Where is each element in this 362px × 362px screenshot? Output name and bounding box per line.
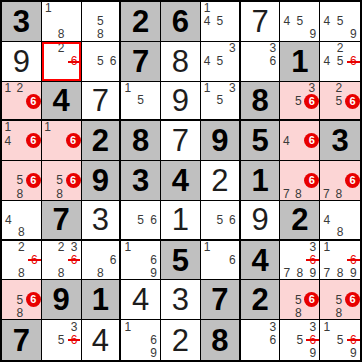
empty-candidate-slot [134,320,147,333]
empty-candidate-slot [26,280,41,292]
cell-r1c6[interactable]: 145 [201,2,241,42]
given-digit: 6 [172,6,189,37]
empty-candidate-slot [320,42,333,55]
cell-r2c1[interactable]: 9 [2,42,42,82]
cell-r7c6[interactable]: 16 [201,241,241,281]
given-digit: 4 [53,85,70,116]
cell-r5c7[interactable]: 1 [241,161,281,201]
empty-candidate-slot [42,333,55,346]
candidate-8: 8 [94,28,107,41]
cell-r3c3[interactable]: 7 [82,82,122,122]
candidate-grid: 268 [2,241,41,280]
empty-candidate-slot [134,333,147,346]
sudoku-board: 3185826145745945992656783453612456126471… [0,0,362,362]
empty-candidate-slot [226,107,239,120]
empty-candidate-slot [213,68,226,81]
solved-digit: 2 [211,165,228,196]
empty-candidate-slot [320,109,332,120]
cell-r2c2[interactable]: 26 [42,42,82,82]
empty-candidate-slot [54,121,66,133]
empty-candidate-slot [15,201,28,214]
cell-r4c5[interactable]: 7 [161,121,201,161]
candidate-grid: 356 [42,320,81,360]
candidate-slot-6: 6 [66,133,81,148]
chain-candidate-6: 6 [304,292,319,307]
empty-candidate-slot [306,2,319,15]
candidate-9: 9 [147,267,160,280]
empty-candidate-slot [304,161,319,173]
candidate-5: 5 [134,94,147,107]
solved-digit: 8 [172,46,189,77]
empty-candidate-slot [320,2,333,15]
cell-r3c8[interactable]: 356 [280,82,320,122]
candidate-grid: 56 [82,42,120,81]
candidate-grid: 145 [201,2,239,41]
cell-r3c1[interactable]: 126 [2,82,42,122]
empty-candidate-slot [14,94,26,109]
candidate-grid: 568 [280,280,319,319]
candidate-grid: 459 [280,2,319,41]
solved-digit: 3 [92,204,109,235]
empty-candidate-slot [28,267,41,280]
empty-candidate-slot [254,347,267,360]
empty-candidate-slot [26,148,41,160]
empty-candidate-slot [320,292,332,307]
empty-candidate-slot [201,213,214,226]
cell-r6c3[interactable]: 3 [82,201,122,241]
cell-r4c7[interactable]: 5 [241,121,281,161]
empty-candidate-slot [345,307,360,319]
eliminated-candidate-6: 6 [309,334,316,346]
solved-digit: 4 [132,284,149,315]
cell-r5c3[interactable]: 9 [82,161,122,201]
cell-r6c7[interactable]: 9 [241,201,281,241]
empty-candidate-slot [213,82,226,95]
empty-candidate-slot [14,121,26,133]
cell-r5c8[interactable]: 678 [280,161,320,201]
cell-r6c4[interactable]: 56 [121,201,161,241]
eliminated-candidate-6: 6 [31,254,38,266]
cell-r9c8[interactable]: 3569 [280,320,320,360]
cell-r7c7[interactable]: 4 [241,241,281,281]
candidate-grid: 16789 [320,241,360,280]
cell-r3c7[interactable]: 8 [241,82,281,122]
given-digit: 3 [132,165,149,196]
candidate-grid: 16 [42,121,81,160]
empty-candidate-slot [333,347,346,360]
cell-r8c4[interactable]: 4 [121,280,161,320]
given-digit: 2 [291,204,308,235]
cell-r7c1[interactable]: 268 [2,241,42,281]
candidate-3: 3 [267,320,280,333]
given-digit: 7 [211,284,228,315]
cell-r9c1[interactable]: 7 [2,320,42,360]
empty-candidate-slot [14,109,26,120]
empty-candidate-slot [292,121,304,133]
empty-candidate-slot [333,201,346,214]
empty-candidate-slot [226,226,239,239]
empty-candidate-slot [82,2,95,15]
candidate-grid: 459 [320,2,360,41]
cell-r2c7[interactable]: 36 [241,42,281,82]
empty-candidate-slot [94,68,107,81]
candidate-6: 6 [147,333,160,346]
candidate-8: 8 [14,188,26,200]
candidate-8: 8 [55,28,68,41]
cell-r4c8[interactable]: 46 [280,121,320,161]
candidate-slot-6: 6 [66,173,81,188]
chain-candidate-6: 6 [304,133,319,148]
cell-r7c8[interactable]: 36789 [280,241,320,281]
given-digit: 1 [291,46,308,77]
empty-candidate-slot [121,107,134,120]
empty-candidate-slot [280,292,292,307]
candidate-slot-6: 6 [304,292,319,307]
empty-candidate-slot [82,28,95,41]
empty-candidate-slot [280,82,292,94]
eliminated-candidate-6: 6 [350,55,357,67]
empty-candidate-slot [345,82,360,94]
candidate-4: 4 [201,55,214,68]
empty-candidate-slot [134,82,147,95]
empty-candidate-slot [147,201,160,214]
solved-digit: 1 [172,204,189,235]
cell-r5c2[interactable]: 568 [42,161,82,201]
chain-candidate-6: 6 [345,292,360,307]
chain-candidate-6: 6 [304,94,319,109]
cell-r7c5[interactable]: 5 [161,241,201,281]
empty-candidate-slot [42,28,55,41]
candidate-5: 5 [14,173,26,188]
candidate-5: 5 [293,15,306,28]
empty-candidate-slot [107,15,120,28]
empty-candidate-slot [292,133,304,148]
empty-candidate-slot [333,2,346,15]
empty-candidate-slot [82,254,95,267]
cell-r2c3[interactable]: 56 [82,42,122,82]
cell-r8c5[interactable]: 3 [161,280,201,320]
solved-digit: 4 [92,325,109,356]
empty-candidate-slot [201,28,214,41]
cell-r2c4[interactable]: 7 [121,42,161,82]
empty-candidate-slot [201,68,214,81]
empty-candidate-slot [320,82,332,94]
cell-r9c9[interactable]: 1569 [320,320,360,360]
chain-candidate-6: 6 [345,94,360,109]
empty-candidate-slot [201,254,214,267]
empty-candidate-slot [320,94,332,109]
cell-r7c4[interactable]: 169 [121,241,161,281]
solved-digit: 9 [13,46,30,77]
cell-r8c8[interactable]: 568 [280,280,320,320]
empty-candidate-slot [333,320,346,333]
empty-candidate-slot [254,320,267,333]
empty-candidate-slot [345,280,360,292]
candidate-1: 1 [42,121,54,133]
empty-candidate-slot [66,161,81,173]
cell-r8c2[interactable]: 9 [42,280,82,320]
cell-r3c6[interactable]: 135 [201,82,241,122]
candidate-5: 5 [14,292,26,307]
empty-candidate-slot [42,188,54,200]
cell-r1c7[interactable]: 7 [241,2,281,42]
cell-r7c2[interactable]: 2368 [42,241,82,281]
empty-candidate-slot [347,320,360,333]
empty-candidate-slot [42,241,55,254]
empty-candidate-slot [241,320,254,333]
candidate-grid: 568 [42,161,81,200]
cell-r2c5[interactable]: 8 [161,42,201,82]
candidate-9: 9 [306,28,319,41]
candidate-5: 5 [213,15,226,28]
solved-digit: 7 [251,6,268,37]
candidate-slot-6: 6 [68,55,81,68]
candidate-slot-6: 6 [68,254,81,267]
candidate-slot-6: 6 [347,333,360,346]
empty-candidate-slot [134,226,147,239]
cell-r2c8[interactable]: 1 [280,42,320,82]
candidate-grid: 146 [2,121,41,160]
cell-r1c1[interactable]: 3 [2,2,42,42]
empty-candidate-slot [345,109,360,120]
cell-r4c4[interactable]: 8 [121,121,161,161]
cell-r9c7[interactable]: 36 [241,320,281,360]
candidate-4: 4 [2,133,14,148]
candidate-8: 8 [293,267,306,280]
empty-candidate-slot [293,28,306,41]
chain-candidate-6: 6 [345,173,360,188]
candidate-1: 1 [320,320,333,333]
empty-candidate-slot [213,201,226,214]
empty-candidate-slot [55,68,68,81]
candidate-3: 3 [226,82,239,95]
cell-r6c9[interactable]: 48 [320,201,360,241]
empty-candidate-slot [280,2,293,15]
cell-r9c6[interactable]: 8 [201,320,241,360]
cell-r1c3[interactable]: 58 [82,2,122,42]
candidate-slot-6: 6 [345,173,360,188]
candidate-2: 2 [55,42,68,55]
empty-candidate-slot [280,28,293,41]
cell-r7c3[interactable]: 68 [82,241,122,281]
eliminated-candidate-6: 6 [71,254,78,266]
candidate-grid: 16 [201,241,239,280]
empty-candidate-slot [333,280,345,292]
given-digit: 3 [331,125,348,156]
chain-candidate-6: 6 [26,94,41,109]
empty-candidate-slot [15,213,28,226]
cell-r3c2[interactable]: 4 [42,82,82,122]
empty-candidate-slot [147,82,160,95]
empty-candidate-slot [213,254,226,267]
given-digit: 9 [53,284,70,315]
cell-r8c9[interactable]: 568 [320,280,360,320]
candidate-grid: 356 [280,82,319,120]
candidate-5: 5 [333,55,346,68]
empty-candidate-slot [241,42,254,55]
cell-r8c3[interactable]: 1 [82,280,122,320]
empty-candidate-slot [241,55,254,68]
candidate-3: 3 [68,320,81,333]
candidate-9: 9 [347,28,360,41]
cell-r9c3[interactable]: 4 [82,320,122,360]
candidate-slot-6: 6 [26,133,41,148]
candidate-6: 6 [267,55,280,68]
candidate-9: 9 [147,347,160,360]
cell-r6c1[interactable]: 48 [2,201,42,241]
empty-candidate-slot [280,173,292,188]
empty-candidate-slot [292,148,304,160]
empty-candidate-slot [267,68,280,81]
candidate-1: 1 [121,320,134,333]
candidate-1: 1 [42,2,55,15]
candidate-8: 8 [333,267,346,280]
empty-candidate-slot [55,55,68,68]
empty-candidate-slot [267,347,280,360]
candidate-slot-6: 6 [304,133,319,148]
empty-candidate-slot [347,15,360,28]
empty-candidate-slot [2,280,14,292]
empty-candidate-slot [42,148,54,160]
chain-candidate-6: 6 [66,173,81,188]
candidate-grid: 58 [82,2,120,41]
empty-candidate-slot [293,241,306,254]
candidate-grid: 678 [320,161,360,200]
cell-r6c8[interactable]: 2 [280,201,320,241]
empty-candidate-slot [2,173,14,188]
cell-r1c9[interactable]: 459 [320,2,360,42]
empty-candidate-slot [213,107,226,120]
cell-r2c9[interactable]: 2456 [320,42,360,82]
empty-candidate-slot [201,94,214,107]
cell-r5c6[interactable]: 2 [201,161,241,201]
candidate-grid: 126 [2,82,41,120]
cell-r9c5[interactable]: 2 [161,320,201,360]
empty-candidate-slot [320,307,332,319]
cell-r6c2[interactable]: 7 [42,201,82,241]
cell-r8c6[interactable]: 7 [201,280,241,320]
cell-r5c1[interactable]: 568 [2,161,42,201]
cell-r7c9[interactable]: 16789 [320,241,360,281]
empty-candidate-slot [241,347,254,360]
empty-candidate-slot [201,226,214,239]
cell-r9c2[interactable]: 356 [42,320,82,360]
candidate-4: 4 [320,55,333,68]
empty-candidate-slot [292,82,304,94]
empty-candidate-slot [347,68,360,81]
empty-candidate-slot [320,280,332,292]
empty-candidate-slot [107,241,120,254]
candidate-grid: 15 [121,82,160,120]
cell-r6c6[interactable]: 56 [201,201,241,241]
cell-r4c2[interactable]: 16 [42,121,82,161]
cell-r1c8[interactable]: 459 [280,2,320,42]
candidate-8: 8 [94,267,107,280]
candidate-slot-6: 6 [304,94,319,109]
cell-r3c5[interactable]: 9 [161,82,201,122]
eliminated-candidate-6: 6 [350,334,357,346]
cell-r4c3[interactable]: 2 [82,121,122,161]
empty-candidate-slot [134,254,147,267]
empty-candidate-slot [280,109,292,120]
empty-candidate-slot [107,267,120,280]
empty-candidate-slot [94,2,107,15]
empty-candidate-slot [14,133,26,148]
candidate-slot-6: 6 [347,254,360,267]
empty-candidate-slot [54,148,66,160]
candidate-6: 6 [107,55,120,68]
candidate-grid: 56 [121,201,160,239]
empty-candidate-slot [94,241,107,254]
candidate-6: 6 [107,254,120,267]
empty-candidate-slot [147,241,160,254]
empty-candidate-slot [94,42,107,55]
candidate-grid: 345 [201,42,239,81]
candidate-7: 7 [320,188,332,200]
cell-r5c5[interactable]: 4 [161,161,201,201]
candidate-5: 5 [333,15,346,28]
candidate-3: 3 [226,42,239,55]
empty-candidate-slot [2,241,15,254]
candidate-3: 3 [68,241,81,254]
cell-r3c4[interactable]: 15 [121,82,161,122]
empty-candidate-slot [2,201,15,214]
cell-r1c5[interactable]: 6 [161,2,201,42]
cell-r6c5[interactable]: 1 [161,201,201,241]
cell-r2c6[interactable]: 345 [201,42,241,82]
empty-candidate-slot [320,254,333,267]
empty-candidate-slot [293,2,306,15]
candidate-5: 5 [292,292,304,307]
solved-digit: 7 [92,85,109,116]
cell-r4c1[interactable]: 146 [2,121,42,161]
cell-r9c4[interactable]: 169 [121,320,161,360]
candidate-3: 3 [304,82,319,94]
candidate-5: 5 [54,173,66,188]
cell-r8c7[interactable]: 2 [241,280,281,320]
candidate-9: 9 [306,267,319,280]
empty-candidate-slot [121,347,134,360]
cell-r5c9[interactable]: 678 [320,161,360,201]
candidate-grid: 18 [42,2,81,41]
candidate-grid: 568 [2,280,41,319]
empty-candidate-slot [213,42,226,55]
cell-r1c4[interactable]: 2 [121,2,161,42]
cell-r4c9[interactable]: 3 [320,121,360,161]
given-digit: 7 [132,46,149,77]
empty-candidate-slot [304,148,319,160]
empty-candidate-slot [280,241,293,254]
empty-candidate-slot [107,68,120,81]
candidate-4: 4 [320,15,333,28]
candidate-8: 8 [55,267,68,280]
eliminated-candidate-6: 6 [71,55,78,67]
candidate-5: 5 [94,55,107,68]
cell-r5c4[interactable]: 3 [121,161,161,201]
cell-r4c6[interactable]: 9 [201,121,241,161]
empty-candidate-slot [82,55,95,68]
cell-r3c9[interactable]: 256 [320,82,360,122]
empty-candidate-slot [304,307,319,319]
empty-candidate-slot [28,201,41,214]
empty-candidate-slot [2,292,14,307]
empty-candidate-slot [226,241,239,254]
empty-candidate-slot [292,109,304,120]
empty-candidate-slot [304,188,319,200]
candidate-8: 8 [292,188,304,200]
cell-r1c2[interactable]: 18 [42,2,82,42]
cell-r8c1[interactable]: 568 [2,280,42,320]
